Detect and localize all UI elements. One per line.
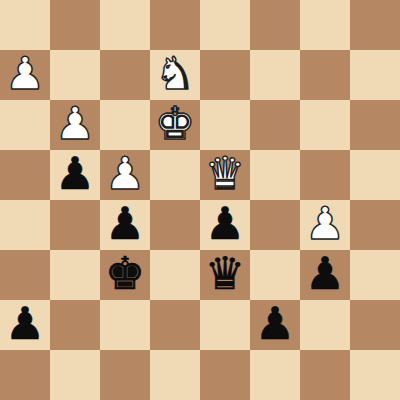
piece-white-king: ♚ <box>155 99 195 149</box>
piece-white-queen: ♛ <box>205 149 245 199</box>
square-g4[interactable]: ♟ <box>300 200 350 250</box>
piece-white-knight: ♞ <box>155 49 195 99</box>
square-h5[interactable] <box>350 150 400 200</box>
square-g5[interactable] <box>300 150 350 200</box>
square-c1[interactable] <box>100 350 150 400</box>
piece-white-pawn: ♟ <box>55 99 95 149</box>
square-f7[interactable] <box>250 50 300 100</box>
square-b6[interactable]: ♟ <box>50 100 100 150</box>
square-e8[interactable] <box>200 0 250 50</box>
piece-black-pawn: ♟ <box>305 249 345 299</box>
piece-black-pawn: ♟ <box>105 199 145 249</box>
square-a8[interactable] <box>0 0 50 50</box>
square-h3[interactable] <box>350 250 400 300</box>
square-b5[interactable]: ♟ <box>50 150 100 200</box>
square-h4[interactable] <box>350 200 400 250</box>
square-f3[interactable] <box>250 250 300 300</box>
square-f5[interactable] <box>250 150 300 200</box>
piece-white-pawn: ♟ <box>5 49 45 99</box>
square-a2[interactable]: ♟ <box>0 300 50 350</box>
square-a5[interactable] <box>0 150 50 200</box>
square-d2[interactable] <box>150 300 200 350</box>
square-a3[interactable] <box>0 250 50 300</box>
piece-white-pawn: ♟ <box>105 149 145 199</box>
square-c7[interactable] <box>100 50 150 100</box>
square-d1[interactable] <box>150 350 200 400</box>
square-d5[interactable] <box>150 150 200 200</box>
square-e2[interactable] <box>200 300 250 350</box>
square-b1[interactable] <box>50 350 100 400</box>
square-f6[interactable] <box>250 100 300 150</box>
square-f8[interactable] <box>250 0 300 50</box>
square-b7[interactable] <box>50 50 100 100</box>
square-d8[interactable] <box>150 0 200 50</box>
square-a1[interactable] <box>0 350 50 400</box>
square-g8[interactable] <box>300 0 350 50</box>
square-g1[interactable] <box>300 350 350 400</box>
square-e5[interactable]: ♛ <box>200 150 250 200</box>
square-b2[interactable] <box>50 300 100 350</box>
square-a6[interactable] <box>0 100 50 150</box>
square-c2[interactable] <box>100 300 150 350</box>
square-h2[interactable] <box>350 300 400 350</box>
square-a7[interactable]: ♟ <box>0 50 50 100</box>
square-e4[interactable]: ♟ <box>200 200 250 250</box>
square-g6[interactable] <box>300 100 350 150</box>
square-e7[interactable] <box>200 50 250 100</box>
square-a4[interactable] <box>0 200 50 250</box>
square-c4[interactable]: ♟ <box>100 200 150 250</box>
square-d6[interactable]: ♚ <box>150 100 200 150</box>
square-b8[interactable] <box>50 0 100 50</box>
square-c5[interactable]: ♟ <box>100 150 150 200</box>
square-c8[interactable] <box>100 0 150 50</box>
square-h6[interactable] <box>350 100 400 150</box>
piece-black-pawn: ♟ <box>55 149 95 199</box>
square-g3[interactable]: ♟ <box>300 250 350 300</box>
square-d3[interactable] <box>150 250 200 300</box>
square-e1[interactable] <box>200 350 250 400</box>
square-h1[interactable] <box>350 350 400 400</box>
piece-black-queen: ♛ <box>205 249 245 299</box>
square-f2[interactable]: ♟ <box>250 300 300 350</box>
chess-board: ♟♞♟♚♟♟♛♟♟♟♚♛♟♟♟ <box>0 0 400 400</box>
square-f1[interactable] <box>250 350 300 400</box>
square-g2[interactable] <box>300 300 350 350</box>
square-c3[interactable]: ♚ <box>100 250 150 300</box>
square-b3[interactable] <box>50 250 100 300</box>
square-b4[interactable] <box>50 200 100 250</box>
piece-black-pawn: ♟ <box>205 199 245 249</box>
piece-black-pawn: ♟ <box>5 299 45 349</box>
square-d4[interactable] <box>150 200 200 250</box>
square-f4[interactable] <box>250 200 300 250</box>
square-h8[interactable] <box>350 0 400 50</box>
square-e3[interactable]: ♛ <box>200 250 250 300</box>
piece-white-pawn: ♟ <box>305 199 345 249</box>
square-c6[interactable] <box>100 100 150 150</box>
square-d7[interactable]: ♞ <box>150 50 200 100</box>
square-h7[interactable] <box>350 50 400 100</box>
square-e6[interactable] <box>200 100 250 150</box>
piece-black-pawn: ♟ <box>255 299 295 349</box>
square-g7[interactable] <box>300 50 350 100</box>
piece-black-king: ♚ <box>105 249 145 299</box>
